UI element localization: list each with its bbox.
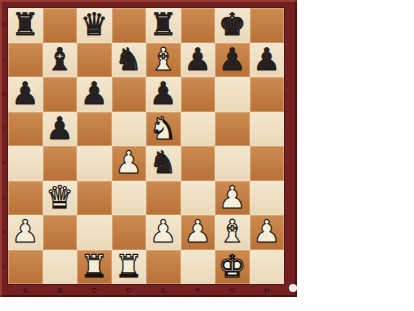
file-label: A: [8, 284, 43, 296]
square-c1[interactable]: ♜: [77, 250, 112, 285]
piece-black-knight[interactable]: ♞: [149, 145, 177, 180]
square-d6[interactable]: [112, 77, 147, 112]
square-c2[interactable]: [77, 215, 112, 250]
piece-white-pawn[interactable]: ♟: [115, 145, 143, 180]
square-d5[interactable]: [112, 112, 147, 147]
square-h4[interactable]: [250, 146, 285, 181]
piece-white-pawn[interactable]: ♟: [184, 214, 212, 249]
file-label: G: [215, 284, 250, 296]
square-f6[interactable]: [181, 77, 216, 112]
square-a1[interactable]: [8, 250, 43, 285]
square-b8[interactable]: [43, 8, 78, 43]
square-a5[interactable]: [8, 112, 43, 147]
file-label: H: [250, 284, 285, 296]
square-c7[interactable]: [77, 43, 112, 78]
piece-black-rook[interactable]: ♜: [149, 7, 177, 42]
piece-black-king[interactable]: ♚: [218, 7, 246, 42]
piece-black-pawn[interactable]: ♟: [46, 111, 74, 146]
square-g6[interactable]: [215, 77, 250, 112]
piece-white-pawn[interactable]: ♟: [11, 214, 39, 249]
piece-black-pawn[interactable]: ♟: [11, 76, 39, 111]
piece-white-pawn[interactable]: ♟: [149, 214, 177, 249]
square-f5[interactable]: [181, 112, 216, 147]
square-g3[interactable]: ♟: [215, 181, 250, 216]
file-label: D: [112, 284, 147, 296]
piece-white-knight[interactable]: ♞: [149, 111, 177, 146]
rank-label: 8: [0, 8, 8, 43]
piece-white-pawn[interactable]: ♟: [253, 214, 281, 249]
file-label: C: [77, 284, 112, 296]
square-b2[interactable]: [43, 215, 78, 250]
square-d8[interactable]: [112, 8, 147, 43]
square-e7[interactable]: ♝: [146, 43, 181, 78]
square-h2[interactable]: ♟: [250, 215, 285, 250]
white-to-move-indicator: [289, 284, 297, 292]
piece-white-bishop[interactable]: ♝: [149, 42, 177, 77]
square-a4[interactable]: [8, 146, 43, 181]
file-label: B: [43, 284, 78, 296]
square-f7[interactable]: ♟: [181, 43, 216, 78]
square-f1[interactable]: [181, 250, 216, 285]
square-e3[interactable]: [146, 181, 181, 216]
square-b4[interactable]: [43, 146, 78, 181]
piece-white-king[interactable]: ♚: [218, 249, 246, 284]
rank-labels: 87654321: [0, 8, 8, 284]
square-e5[interactable]: ♞: [146, 112, 181, 147]
square-b7[interactable]: ♝: [43, 43, 78, 78]
piece-black-pawn[interactable]: ♟: [253, 42, 281, 77]
file-labels: ABCDEFGH: [8, 284, 284, 296]
square-f4[interactable]: [181, 146, 216, 181]
piece-black-pawn[interactable]: ♟: [80, 76, 108, 111]
square-c3[interactable]: [77, 181, 112, 216]
square-h7[interactable]: ♟: [250, 43, 285, 78]
rank-label: 1: [0, 250, 8, 285]
piece-black-rook[interactable]: ♜: [11, 7, 39, 42]
square-e6[interactable]: ♟: [146, 77, 181, 112]
square-e8[interactable]: ♜: [146, 8, 181, 43]
square-f8[interactable]: [181, 8, 216, 43]
piece-white-queen[interactable]: ♛: [46, 180, 74, 215]
piece-black-pawn[interactable]: ♟: [218, 42, 246, 77]
chess-board-frame: 87654321 ♜♛♜♚♝♞♝♟♟♟♟♟♟♟♞♟♞♛♟♟♟♟♝♟♜♜♚ ABC…: [0, 0, 297, 297]
square-h8[interactable]: [250, 8, 285, 43]
square-c8[interactable]: ♛: [77, 8, 112, 43]
file-label: E: [146, 284, 181, 296]
square-g1[interactable]: ♚: [215, 250, 250, 285]
square-d7[interactable]: ♞: [112, 43, 147, 78]
chess-diagram-canvas: 87654321 ♜♛♜♚♝♞♝♟♟♟♟♟♟♟♞♟♞♛♟♟♟♟♝♟♜♜♚ ABC…: [0, 0, 414, 311]
chess-board: ♜♛♜♚♝♞♝♟♟♟♟♟♟♟♞♟♞♛♟♟♟♟♝♟♜♜♚: [8, 8, 284, 284]
square-h1[interactable]: [250, 250, 285, 285]
square-g5[interactable]: [215, 112, 250, 147]
square-f3[interactable]: [181, 181, 216, 216]
square-b3[interactable]: ♛: [43, 181, 78, 216]
square-c6[interactable]: ♟: [77, 77, 112, 112]
square-g4[interactable]: [215, 146, 250, 181]
square-a6[interactable]: ♟: [8, 77, 43, 112]
square-b5[interactable]: ♟: [43, 112, 78, 147]
piece-white-bishop[interactable]: ♝: [218, 214, 246, 249]
square-d2[interactable]: [112, 215, 147, 250]
piece-black-knight[interactable]: ♞: [115, 42, 143, 77]
square-g8[interactable]: ♚: [215, 8, 250, 43]
square-d1[interactable]: ♜: [112, 250, 147, 285]
piece-white-pawn[interactable]: ♟: [218, 180, 246, 215]
square-a8[interactable]: ♜: [8, 8, 43, 43]
square-f2[interactable]: ♟: [181, 215, 216, 250]
square-h3[interactable]: [250, 181, 285, 216]
rank-label: 2: [0, 215, 8, 250]
square-b6[interactable]: [43, 77, 78, 112]
rank-label: 3: [0, 181, 8, 216]
square-d4[interactable]: ♟: [112, 146, 147, 181]
square-g2[interactable]: ♝: [215, 215, 250, 250]
square-h5[interactable]: [250, 112, 285, 147]
square-e2[interactable]: ♟: [146, 215, 181, 250]
rank-label: 7: [0, 43, 8, 78]
square-a3[interactable]: [8, 181, 43, 216]
piece-black-queen[interactable]: ♛: [80, 7, 108, 42]
square-c4[interactable]: [77, 146, 112, 181]
piece-black-bishop[interactable]: ♝: [46, 42, 74, 77]
square-h6[interactable]: [250, 77, 285, 112]
rank-label: 5: [0, 112, 8, 147]
square-a2[interactable]: ♟: [8, 215, 43, 250]
piece-black-pawn[interactable]: ♟: [184, 42, 212, 77]
square-a7[interactable]: [8, 43, 43, 78]
piece-white-rook[interactable]: ♜: [80, 249, 108, 284]
square-c5[interactable]: [77, 112, 112, 147]
square-b1[interactable]: [43, 250, 78, 285]
square-d3[interactable]: [112, 181, 147, 216]
file-label: F: [181, 284, 216, 296]
square-e1[interactable]: [146, 250, 181, 285]
rank-label: 6: [0, 77, 8, 112]
piece-black-pawn[interactable]: ♟: [149, 76, 177, 111]
square-e4[interactable]: ♞: [146, 146, 181, 181]
rank-label: 4: [0, 146, 8, 181]
piece-white-rook[interactable]: ♜: [115, 249, 143, 284]
square-g7[interactable]: ♟: [215, 43, 250, 78]
